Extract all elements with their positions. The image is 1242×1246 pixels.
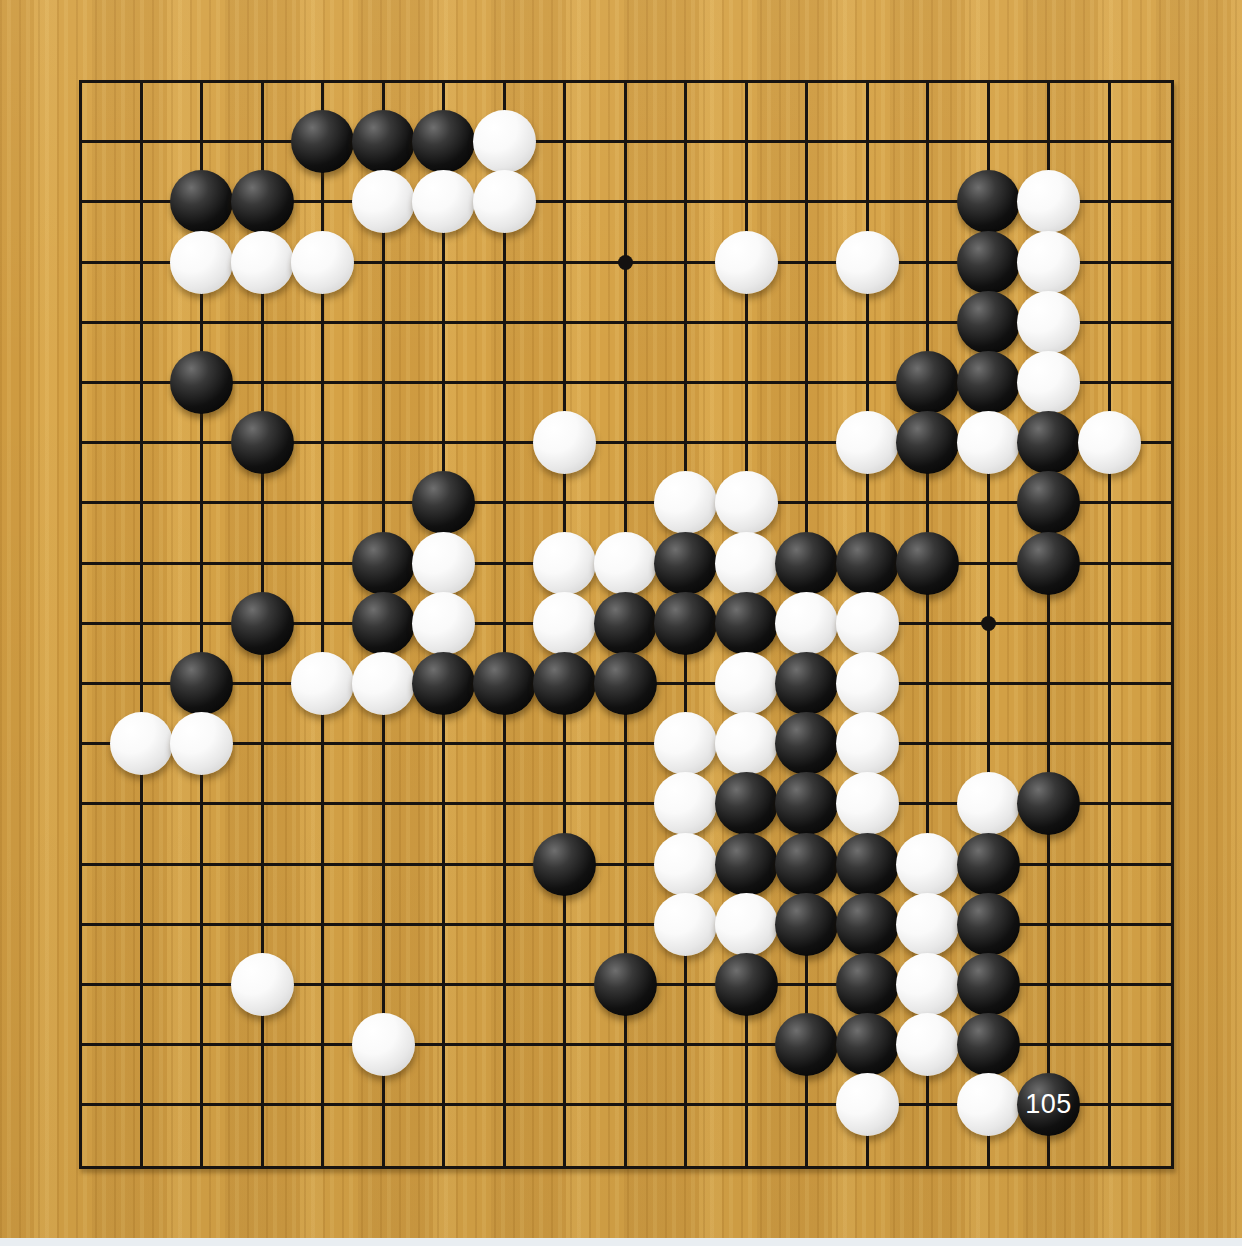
white-stone bbox=[836, 652, 899, 715]
white-stone bbox=[775, 592, 838, 655]
black-stone bbox=[654, 532, 717, 595]
black-stone bbox=[775, 1013, 838, 1076]
white-stone bbox=[533, 532, 596, 595]
black-stone bbox=[775, 833, 838, 896]
white-stone bbox=[473, 170, 536, 233]
black-stone bbox=[412, 110, 475, 173]
black-stone bbox=[170, 652, 233, 715]
black-stone bbox=[1017, 411, 1080, 474]
black-stone bbox=[1017, 772, 1080, 835]
black-stone bbox=[957, 1013, 1020, 1076]
white-stone bbox=[957, 1073, 1020, 1136]
black-stone bbox=[715, 833, 778, 896]
black-stone bbox=[957, 893, 1020, 956]
black-stone bbox=[412, 652, 475, 715]
white-stone bbox=[231, 231, 294, 294]
white-stone bbox=[836, 772, 899, 835]
white-stone bbox=[352, 170, 415, 233]
white-stone bbox=[896, 833, 959, 896]
white-stone bbox=[836, 231, 899, 294]
white-stone bbox=[1017, 291, 1080, 354]
black-stone bbox=[533, 652, 596, 715]
white-stone bbox=[291, 652, 354, 715]
black-stone bbox=[352, 592, 415, 655]
bottom-edge-strip bbox=[0, 1238, 1242, 1246]
black-stone bbox=[533, 833, 596, 896]
white-stone bbox=[533, 592, 596, 655]
white-stone bbox=[412, 532, 475, 595]
white-stone bbox=[412, 170, 475, 233]
black-stone bbox=[896, 351, 959, 414]
move-number-label: 105 bbox=[1025, 1091, 1072, 1118]
white-stone bbox=[896, 893, 959, 956]
black-stone bbox=[896, 411, 959, 474]
black-stone bbox=[594, 592, 657, 655]
white-stone bbox=[352, 1013, 415, 1076]
black-stone bbox=[836, 833, 899, 896]
black-stone bbox=[352, 532, 415, 595]
white-stone bbox=[654, 772, 717, 835]
last-move-black-stone: 105 bbox=[1017, 1073, 1080, 1136]
white-stone bbox=[231, 953, 294, 1016]
white-stone bbox=[654, 833, 717, 896]
white-stone bbox=[170, 712, 233, 775]
white-stone bbox=[896, 1013, 959, 1076]
black-stone bbox=[473, 652, 536, 715]
white-stone bbox=[715, 532, 778, 595]
black-stone bbox=[896, 532, 959, 595]
go-board[interactable]: 105 bbox=[0, 0, 1242, 1246]
white-stone bbox=[715, 893, 778, 956]
white-stone bbox=[896, 953, 959, 1016]
black-stone bbox=[836, 532, 899, 595]
black-stone bbox=[957, 291, 1020, 354]
black-stone bbox=[775, 893, 838, 956]
grid-line-vertical bbox=[1108, 80, 1111, 1167]
black-stone bbox=[291, 110, 354, 173]
white-stone bbox=[1017, 351, 1080, 414]
grid-line-horizontal bbox=[79, 742, 1171, 745]
black-stone bbox=[775, 712, 838, 775]
white-stone bbox=[957, 772, 1020, 835]
black-stone bbox=[412, 471, 475, 534]
white-stone bbox=[715, 652, 778, 715]
white-stone bbox=[654, 471, 717, 534]
black-stone bbox=[715, 953, 778, 1016]
white-stone bbox=[654, 893, 717, 956]
black-stone bbox=[352, 110, 415, 173]
black-stone bbox=[1017, 532, 1080, 595]
black-stone bbox=[231, 592, 294, 655]
black-stone bbox=[170, 170, 233, 233]
black-stone bbox=[715, 772, 778, 835]
white-stone bbox=[412, 592, 475, 655]
black-stone bbox=[170, 351, 233, 414]
white-stone bbox=[110, 712, 173, 775]
white-stone bbox=[291, 231, 354, 294]
black-stone bbox=[715, 592, 778, 655]
white-stone bbox=[836, 411, 899, 474]
white-stone bbox=[352, 652, 415, 715]
white-stone bbox=[715, 471, 778, 534]
white-stone bbox=[957, 411, 1020, 474]
black-stone bbox=[957, 953, 1020, 1016]
white-stone bbox=[473, 110, 536, 173]
black-stone bbox=[594, 652, 657, 715]
black-stone bbox=[775, 652, 838, 715]
black-stone bbox=[957, 231, 1020, 294]
black-stone bbox=[836, 953, 899, 1016]
black-stone bbox=[231, 411, 294, 474]
black-stone bbox=[594, 953, 657, 1016]
white-stone bbox=[1017, 170, 1080, 233]
white-stone bbox=[594, 532, 657, 595]
white-stone bbox=[715, 231, 778, 294]
white-stone bbox=[1017, 231, 1080, 294]
black-stone bbox=[836, 1013, 899, 1076]
white-stone bbox=[715, 712, 778, 775]
black-stone bbox=[957, 351, 1020, 414]
black-stone bbox=[231, 170, 294, 233]
white-stone bbox=[1078, 411, 1141, 474]
black-stone bbox=[957, 833, 1020, 896]
white-stone bbox=[836, 712, 899, 775]
white-stone bbox=[654, 712, 717, 775]
white-stone bbox=[836, 592, 899, 655]
black-stone bbox=[654, 592, 717, 655]
white-stone bbox=[533, 411, 596, 474]
black-stone bbox=[775, 532, 838, 595]
white-stone bbox=[170, 231, 233, 294]
black-stone bbox=[775, 772, 838, 835]
black-stone bbox=[836, 893, 899, 956]
star-point bbox=[981, 616, 996, 631]
black-stone bbox=[1017, 471, 1080, 534]
star-point bbox=[618, 255, 633, 270]
black-stone bbox=[957, 170, 1020, 233]
white-stone bbox=[836, 1073, 899, 1136]
